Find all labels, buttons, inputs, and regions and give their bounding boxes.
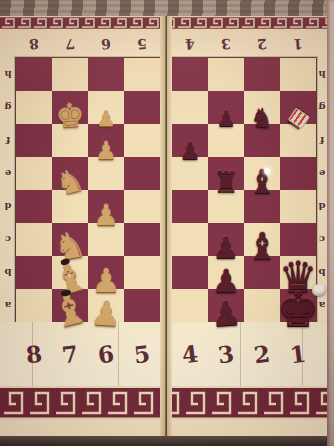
specular-highlight <box>264 168 270 174</box>
carpet-background-right <box>327 0 334 446</box>
bishop-black-tip <box>60 258 70 266</box>
piece-white-king-g7[interactable]: ♚ <box>55 99 86 133</box>
piece-red-pawn-g3[interactable]: ♟ <box>216 108 236 130</box>
piece-white-pawn-a6[interactable]: ♟ <box>90 295 123 331</box>
pieces-layer: ♚♟♞♟♞♟♝♟♝♟♟♟♞♜♜♝♟♝♟♛♟♚ <box>0 16 328 436</box>
piece-red-rook-g1[interactable]: ♜ <box>282 102 313 134</box>
carpet-background <box>0 0 334 16</box>
piece-red-rook-e3[interactable]: ♜ <box>213 168 239 197</box>
piece-red-bishop-e2[interactable]: ♝ <box>247 165 277 198</box>
piece-white-pawn-g6[interactable]: ♟ <box>96 108 116 130</box>
piece-red-knight-g2[interactable]: ♞ <box>249 104 275 132</box>
piece-white-pawn-f6[interactable]: ♟ <box>95 139 117 163</box>
board-bottom-edge <box>0 436 334 446</box>
paper-wrapping <box>288 108 310 129</box>
piece-white-knight-e7[interactable]: ♞ <box>53 164 87 201</box>
paper-scrap <box>312 284 326 296</box>
piece-red-pawn-a3[interactable]: ♟ <box>210 295 243 331</box>
piece-red-pawn-c3[interactable]: ♟ <box>213 233 240 263</box>
folding-chessboard: 87654321 hgfedcba hgfedcba 87654321 ♚♟♞♟… <box>0 16 328 436</box>
piece-white-pawn-d6[interactable]: ♟ <box>93 202 118 230</box>
bishop-black-tip <box>60 289 71 297</box>
chessboard-photo: 87654321 hgfedcba hgfedcba 87654321 ♚♟♞♟… <box>0 0 334 446</box>
piece-red-pawn-f4[interactable]: ♟ <box>179 139 201 163</box>
piece-red-bishop-c2[interactable]: ♝ <box>245 228 278 265</box>
